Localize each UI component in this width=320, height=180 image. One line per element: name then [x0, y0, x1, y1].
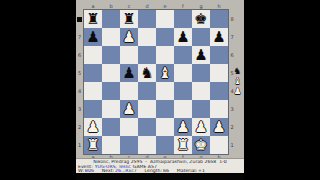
chess-board: ♜♜♚♟♟♟♟♟♟♞♝♟♟♟♟♟♜♜♚ — [84, 10, 228, 154]
square-d8[interactable] — [138, 10, 156, 28]
rank-label-2: 2 — [229, 118, 235, 136]
file-label-b: b — [102, 3, 120, 9]
square-a4[interactable] — [84, 82, 102, 100]
rank-label-3: 3 — [76, 100, 83, 118]
file-labels-top: abcdefgh — [84, 3, 228, 9]
square-e2[interactable] — [156, 118, 174, 136]
square-g5[interactable] — [192, 64, 210, 82]
captured-pieces-tray: ♞♝♟ — [232, 66, 243, 96]
square-a5[interactable] — [84, 64, 102, 82]
square-c5[interactable]: ♟ — [120, 64, 138, 82]
square-a3[interactable] — [84, 100, 102, 118]
square-f7[interactable]: ♟ — [174, 28, 192, 46]
piece-black-pawn-a7: ♟ — [86, 28, 99, 46]
square-e6[interactable] — [156, 46, 174, 64]
square-a8[interactable]: ♜ — [84, 10, 102, 28]
square-b5[interactable] — [102, 64, 120, 82]
rank-label-2: 2 — [76, 118, 83, 136]
square-f1[interactable]: ♜ — [174, 136, 192, 154]
square-a7[interactable]: ♟ — [84, 28, 102, 46]
rank-labels-left: 7654321 — [76, 10, 83, 154]
footer-bar — [76, 173, 244, 180]
piece-white-bishop-e5: ♝ — [158, 64, 171, 82]
piece-black-knight-d5: ♞ — [140, 64, 153, 82]
square-b6[interactable] — [102, 46, 120, 64]
file-label-f: f — [174, 3, 192, 9]
square-e4[interactable] — [156, 82, 174, 100]
rank-label-7: 7 — [229, 28, 235, 46]
square-f4[interactable] — [174, 82, 192, 100]
square-g7[interactable] — [192, 28, 210, 46]
square-g6[interactable]: ♟ — [192, 46, 210, 64]
square-e1[interactable] — [156, 136, 174, 154]
rank-label-3: 3 — [229, 100, 235, 118]
rank-label-1: 1 — [76, 136, 83, 154]
square-g4[interactable] — [192, 82, 210, 100]
square-f2[interactable]: ♟ — [174, 118, 192, 136]
square-e8[interactable] — [156, 10, 174, 28]
square-b2[interactable] — [102, 118, 120, 136]
square-f3[interactable] — [174, 100, 192, 118]
square-h3[interactable] — [210, 100, 228, 118]
rank-label-4: 4 — [76, 82, 83, 100]
piece-white-pawn-g2: ♟ — [194, 118, 207, 136]
letterbox-bar-left — [0, 0, 76, 180]
game-result: 1-0 — [219, 160, 227, 165]
piece-black-pawn-h7: ♟ — [212, 28, 225, 46]
square-b8[interactable] — [102, 10, 120, 28]
file-label-d: d — [138, 3, 156, 9]
square-b7[interactable] — [102, 28, 120, 46]
game-info-panel: Nikolic, Predrag 2595 - Azmaiparashvili,… — [76, 158, 244, 173]
square-h1[interactable] — [210, 136, 228, 154]
square-c7[interactable]: ♟ — [120, 28, 138, 46]
piece-white-king-g1: ♚ — [194, 136, 207, 154]
square-c4[interactable] — [120, 82, 138, 100]
letterbox-bar-right — [244, 0, 320, 180]
square-g1[interactable]: ♚ — [192, 136, 210, 154]
piece-white-pawn-a2: ♟ — [86, 118, 99, 136]
square-d5[interactable]: ♞ — [138, 64, 156, 82]
file-label-e: e — [156, 3, 174, 9]
tray-white-bishop: ♝ — [233, 76, 241, 86]
square-c1[interactable] — [120, 136, 138, 154]
rank-label-8 — [76, 10, 83, 28]
rank-label-6: 6 — [229, 46, 235, 64]
file-label-h: h — [210, 3, 228, 9]
square-g2[interactable]: ♟ — [192, 118, 210, 136]
piece-black-rook-c8: ♜ — [122, 10, 135, 28]
piece-black-pawn-f7: ♟ — [176, 28, 189, 46]
black-player-name: Azmaiparashvili, Zurab 2658 — [150, 160, 216, 165]
file-label-a: a — [84, 3, 102, 9]
piece-black-pawn-g6: ♟ — [194, 46, 207, 64]
chess-diagram-panel: abcdefgh 7654321 ♜♜♚♟♟♟♟♟♟♞♝♟♟♟♟♟♜♜♚ 876… — [76, 0, 244, 180]
rank-label-7: 7 — [76, 28, 83, 46]
piece-white-pawn-c3: ♟ — [122, 100, 135, 118]
piece-white-pawn-f2: ♟ — [176, 118, 189, 136]
square-d3[interactable] — [138, 100, 156, 118]
square-a1[interactable]: ♜ — [84, 136, 102, 154]
square-f8[interactable] — [174, 10, 192, 28]
square-e5[interactable]: ♝ — [156, 64, 174, 82]
square-h4[interactable] — [210, 82, 228, 100]
square-c8[interactable]: ♜ — [120, 10, 138, 28]
square-h6[interactable] — [210, 46, 228, 64]
square-h2[interactable]: ♟ — [210, 118, 228, 136]
square-d7[interactable] — [138, 28, 156, 46]
square-d6[interactable] — [138, 46, 156, 64]
file-label-g: g — [192, 3, 210, 9]
rank-label-1: 1 — [229, 136, 235, 154]
video-frame: abcdefgh 7654321 ♜♜♚♟♟♟♟♟♟♞♝♟♟♟♟♟♜♜♚ 876… — [0, 0, 320, 180]
piece-white-rook-f1: ♜ — [176, 136, 189, 154]
square-b4[interactable] — [102, 82, 120, 100]
piece-white-rook-a1: ♜ — [86, 136, 99, 154]
square-a6[interactable] — [84, 46, 102, 64]
square-d4[interactable] — [138, 82, 156, 100]
square-a2[interactable]: ♟ — [84, 118, 102, 136]
square-g8[interactable]: ♚ — [192, 10, 210, 28]
rank-label-5: 5 — [76, 64, 83, 82]
square-c3[interactable]: ♟ — [120, 100, 138, 118]
piece-white-pawn-h2: ♟ — [212, 118, 225, 136]
square-f6[interactable] — [174, 46, 192, 64]
square-d2[interactable] — [138, 118, 156, 136]
piece-black-pawn-c5: ♟ — [122, 64, 135, 82]
side-to-move-indicator — [77, 17, 82, 22]
piece-black-king-g8: ♚ — [194, 10, 207, 28]
square-d1[interactable] — [138, 136, 156, 154]
rank-label-8: 8 — [229, 10, 235, 28]
square-b1[interactable] — [102, 136, 120, 154]
square-c2[interactable] — [120, 118, 138, 136]
file-label-c: c — [120, 3, 138, 9]
tray-black-knight: ♞ — [233, 66, 241, 76]
piece-black-rook-a8: ♜ — [86, 10, 99, 28]
square-h5[interactable] — [210, 64, 228, 82]
rank-label-6: 6 — [76, 46, 83, 64]
square-c6[interactable] — [120, 46, 138, 64]
piece-white-pawn-c7: ♟ — [122, 28, 135, 46]
square-f5[interactable] — [174, 64, 192, 82]
square-e7[interactable] — [156, 28, 174, 46]
square-g3[interactable] — [192, 100, 210, 118]
square-h8[interactable] — [210, 10, 228, 28]
tray-white-pawn: ♟ — [233, 86, 241, 96]
square-h7[interactable]: ♟ — [210, 28, 228, 46]
square-e3[interactable] — [156, 100, 174, 118]
square-b3[interactable] — [102, 100, 120, 118]
